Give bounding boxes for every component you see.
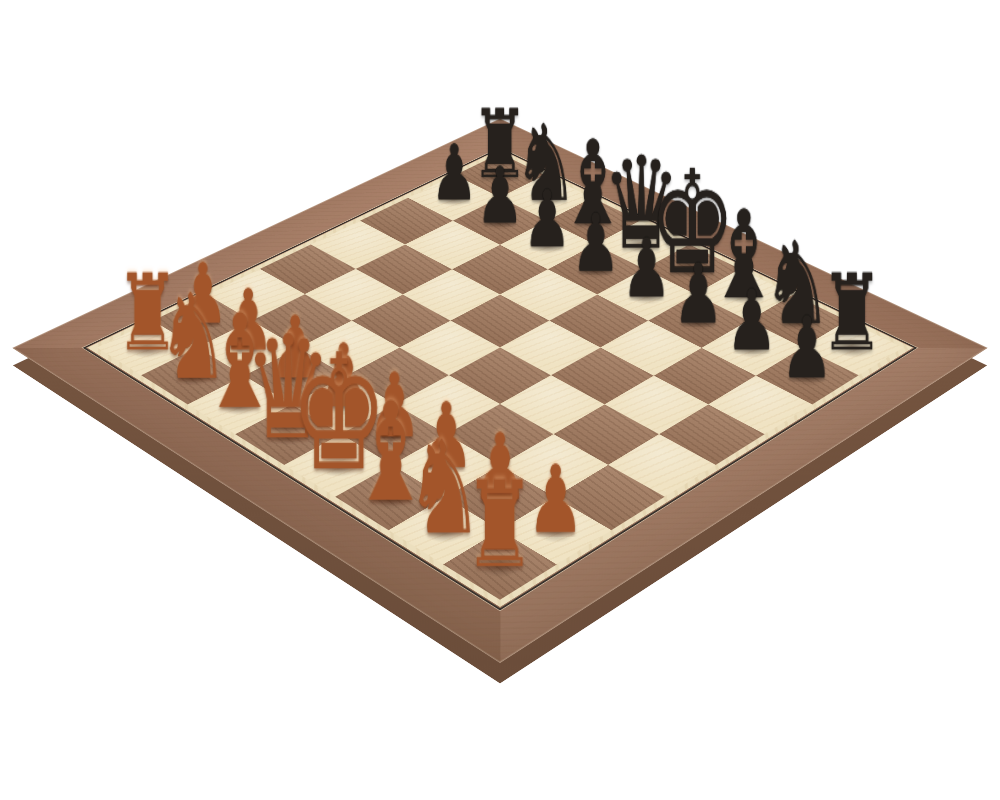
black-pawn-d7: ♟ bbox=[571, 203, 620, 284]
black-pawn-a7: ♟ bbox=[431, 134, 478, 211]
chess-set-photo: ♜♞♟♝♟♛♟♚♟♝♟♞♟♟♜♟♟♜♟♟♞♟♝♟♛♟♚♟♝♟♞♜ bbox=[0, 0, 1000, 800]
chess-board: ♜♞♟♝♟♛♟♚♟♝♟♞♟♟♜♟♟♜♟♟♞♟♝♟♛♟♚♟♝♟♞♜ bbox=[12, 118, 988, 663]
squares-grid: ♜♞♟♝♟♛♟♚♟♝♟♞♟♟♜♟♟♜♟♟♞♟♝♟♛♟♚♟♝♟♞♜ bbox=[97, 153, 903, 600]
black-pawn-e7: ♟ bbox=[621, 227, 671, 309]
black-pawn-g7: ♟ bbox=[726, 278, 778, 362]
red-rook-h1: ♜ bbox=[464, 467, 537, 586]
black-pawn-b7: ♟ bbox=[476, 157, 524, 235]
black-pawn-h7: ♟ bbox=[781, 305, 833, 391]
black-pawn-c7: ♟ bbox=[523, 179, 571, 258]
black-pawn-f7: ♟ bbox=[673, 252, 724, 335]
